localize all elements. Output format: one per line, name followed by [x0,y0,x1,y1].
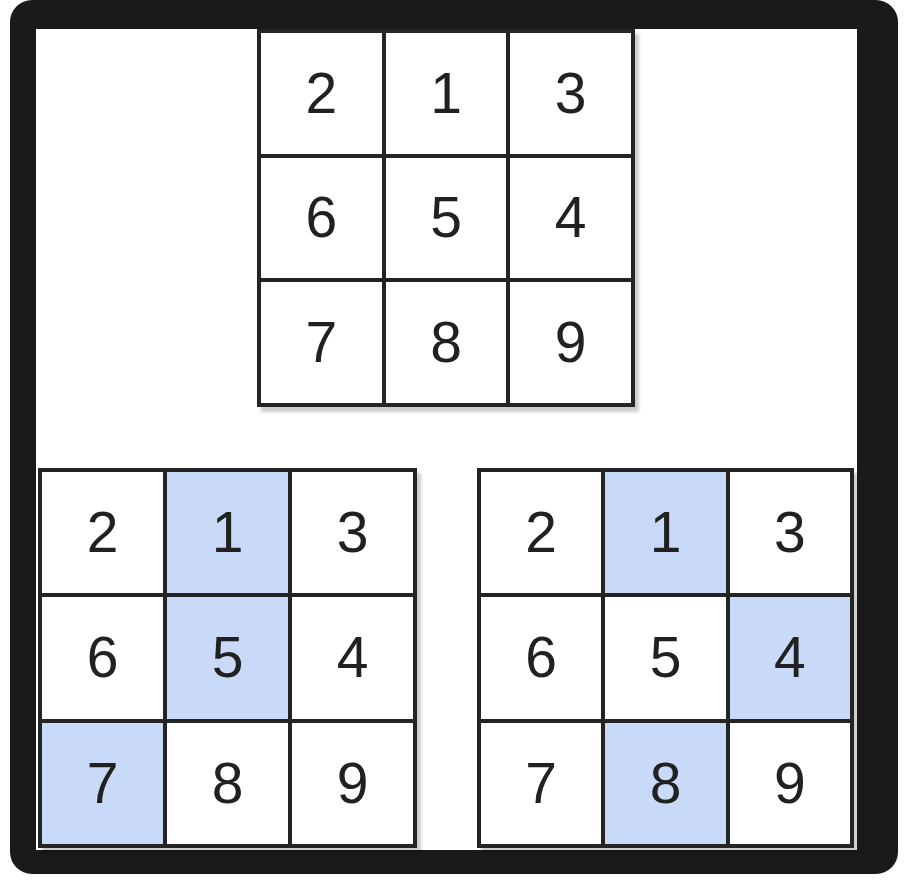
top-cell-r1c1: 2 [259,31,384,156]
bottom-left-cell-r3c1: 7 [40,721,165,846]
bottom-right-cell-r1c1: 2 [479,470,603,595]
bottom-left-cell-r1c1: 2 [40,470,165,595]
grid-top: 213654789 [257,29,635,407]
bottom-left-cell-r3c2: 8 [165,721,290,846]
bottom-right-cell-r3c2: 8 [603,721,727,846]
bottom-right-cell-r1c2: 1 [603,470,727,595]
bottom-left-cell-r1c2: 1 [165,470,290,595]
top-cell-r1c2: 1 [384,31,509,156]
grid-bottom-left: 213654789 [38,468,417,848]
bottom-left-cell-r3c3: 9 [290,721,415,846]
puzzle-image: 213654789 213654789 213654789 [0,0,908,880]
bottom-left-cell-r1c3: 3 [290,470,415,595]
top-cell-r3c2: 8 [384,280,509,405]
bottom-right-cell-r2c2: 5 [603,595,727,720]
bottom-left-cell-r2c2: 5 [165,595,290,720]
bottom-right-cell-r2c1: 6 [479,595,603,720]
bottom-left-cell-r2c1: 6 [40,595,165,720]
top-cell-r2c2: 5 [384,156,509,281]
bottom-right-cell-r3c3: 9 [728,721,852,846]
top-cell-r3c3: 9 [508,280,633,405]
bottom-right-cell-r2c3: 4 [728,595,852,720]
top-cell-r2c1: 6 [259,156,384,281]
top-cell-r3c1: 7 [259,280,384,405]
board-area: 213654789 213654789 213654789 [36,29,857,850]
bottom-right-cell-r3c1: 7 [479,721,603,846]
bottom-left-cell-r2c3: 4 [290,595,415,720]
bottom-right-cell-r1c3: 3 [728,470,852,595]
top-cell-r2c3: 4 [508,156,633,281]
top-cell-r1c3: 3 [508,31,633,156]
grid-bottom-right: 213654789 [477,468,854,848]
